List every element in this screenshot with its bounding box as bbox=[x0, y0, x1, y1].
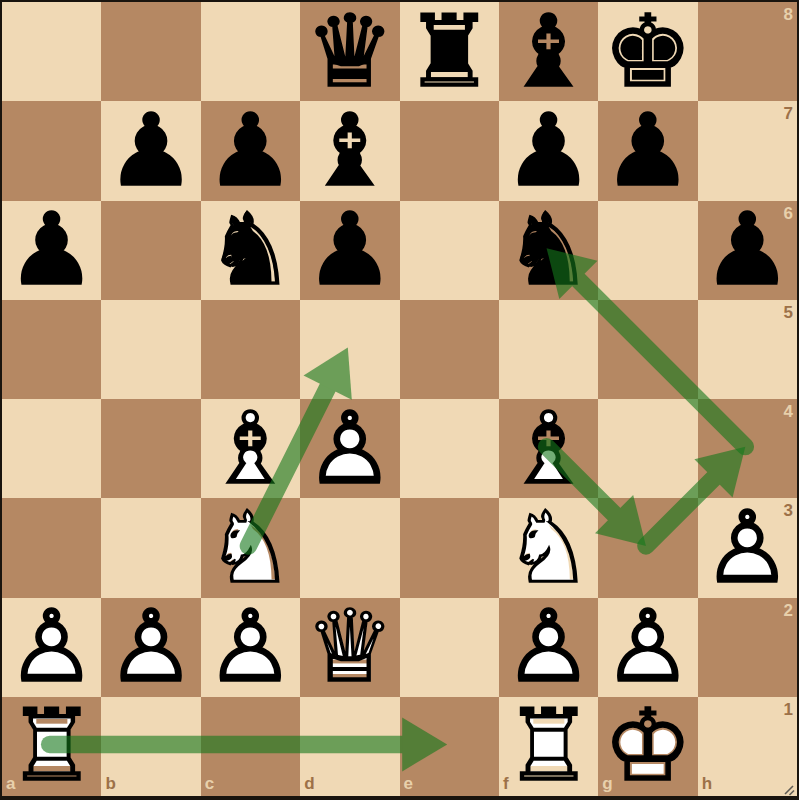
square-g1[interactable]: ♚♔g bbox=[598, 697, 697, 796]
square-c8[interactable] bbox=[201, 2, 300, 101]
rank-label-2: 2 bbox=[784, 602, 793, 619]
black-pawn-outline: ♙ bbox=[499, 101, 598, 200]
file-label-b: b bbox=[105, 775, 115, 792]
rank-label-8: 8 bbox=[784, 6, 793, 23]
square-h7[interactable]: 7 bbox=[698, 101, 797, 200]
square-b7[interactable]: ♟♙ bbox=[101, 101, 200, 200]
piece-white-pawn-h3[interactable]: ♟♙ bbox=[698, 498, 797, 597]
file-label-h: h bbox=[702, 775, 712, 792]
black-pawn-outline: ♙ bbox=[300, 201, 399, 300]
piece-black-pawn-g7[interactable]: ♟♙ bbox=[598, 101, 697, 200]
square-e5[interactable] bbox=[400, 300, 499, 399]
square-d1[interactable]: d bbox=[300, 697, 399, 796]
square-f3[interactable]: ♞♘ bbox=[499, 498, 598, 597]
square-g8[interactable]: ♚♔ bbox=[598, 2, 697, 101]
white-rook-outline: ♖ bbox=[2, 697, 101, 796]
rank-label-7: 7 bbox=[784, 105, 793, 122]
rank-label-4: 4 bbox=[784, 403, 793, 420]
square-c1[interactable]: c bbox=[201, 697, 300, 796]
square-f1[interactable]: ♜♖f bbox=[499, 697, 598, 796]
square-a6[interactable]: ♟♙ bbox=[2, 201, 101, 300]
square-f2[interactable]: ♟♙ bbox=[499, 598, 598, 697]
square-g6[interactable] bbox=[598, 201, 697, 300]
square-b5[interactable] bbox=[101, 300, 200, 399]
piece-white-rook-a1[interactable]: ♜♖ bbox=[2, 697, 101, 796]
piece-black-bishop-d7[interactable]: ♝♗ bbox=[300, 101, 399, 200]
black-queen-outline: ♕ bbox=[300, 2, 399, 101]
square-d6[interactable]: ♟♙ bbox=[300, 201, 399, 300]
white-pawn-outline: ♙ bbox=[201, 598, 300, 697]
piece-white-bishop-f4[interactable]: ♝♗ bbox=[499, 399, 598, 498]
white-king-outline: ♔ bbox=[598, 697, 697, 796]
square-g4[interactable] bbox=[598, 399, 697, 498]
white-pawn-outline: ♙ bbox=[300, 399, 399, 498]
square-h4[interactable]: 4 bbox=[698, 399, 797, 498]
square-a7[interactable] bbox=[2, 101, 101, 200]
square-h8[interactable]: 8 bbox=[698, 2, 797, 101]
square-g5[interactable] bbox=[598, 300, 697, 399]
square-e4[interactable] bbox=[400, 399, 499, 498]
square-d7[interactable]: ♝♗ bbox=[300, 101, 399, 200]
square-e7[interactable] bbox=[400, 101, 499, 200]
chess-board: ♛♕♜♖♝♗♚♔8♟♙♟♙♝♗♟♙♟♙7♟♙♞♘♟♙♞♘♟♙65♝♗♟♙♝♗4♞… bbox=[2, 2, 797, 796]
square-e2[interactable] bbox=[400, 598, 499, 697]
black-pawn-outline: ♙ bbox=[698, 201, 797, 300]
black-knight-outline: ♘ bbox=[499, 201, 598, 300]
square-b1[interactable]: b bbox=[101, 697, 200, 796]
black-pawn-outline: ♙ bbox=[101, 101, 200, 200]
piece-black-bishop-f8[interactable]: ♝♗ bbox=[499, 2, 598, 101]
piece-black-rook-e8[interactable]: ♜♖ bbox=[400, 2, 499, 101]
white-pawn-outline: ♙ bbox=[598, 598, 697, 697]
black-king-outline: ♔ bbox=[598, 2, 697, 101]
square-c3[interactable]: ♞♘ bbox=[201, 498, 300, 597]
square-f4[interactable]: ♝♗ bbox=[499, 399, 598, 498]
piece-white-king-g1[interactable]: ♚♔ bbox=[598, 697, 697, 796]
square-b8[interactable] bbox=[101, 2, 200, 101]
white-queen-outline: ♕ bbox=[300, 598, 399, 697]
piece-white-pawn-f2[interactable]: ♟♙ bbox=[499, 598, 598, 697]
file-label-d: d bbox=[304, 775, 314, 792]
file-label-e: e bbox=[404, 775, 413, 792]
square-h6[interactable]: ♟♙6 bbox=[698, 201, 797, 300]
square-g2[interactable]: ♟♙ bbox=[598, 598, 697, 697]
white-pawn-outline: ♙ bbox=[499, 598, 598, 697]
square-d3[interactable] bbox=[300, 498, 399, 597]
piece-black-pawn-h6[interactable]: ♟♙ bbox=[698, 201, 797, 300]
rank-label-1: 1 bbox=[784, 701, 793, 718]
black-pawn-outline: ♙ bbox=[201, 101, 300, 200]
square-d4[interactable]: ♟♙ bbox=[300, 399, 399, 498]
white-bishop-outline: ♗ bbox=[201, 399, 300, 498]
board-container: ♛♕♜♖♝♗♚♔8♟♙♟♙♝♗♟♙♟♙7♟♙♞♘♟♙♞♘♟♙65♝♗♟♙♝♗4♞… bbox=[0, 0, 799, 800]
square-a1[interactable]: ♜♖a bbox=[2, 697, 101, 796]
white-pawn-outline: ♙ bbox=[101, 598, 200, 697]
white-rook-outline: ♖ bbox=[499, 697, 598, 796]
square-d5[interactable] bbox=[300, 300, 399, 399]
square-h2[interactable]: 2 bbox=[698, 598, 797, 697]
black-bishop-outline: ♗ bbox=[300, 101, 399, 200]
square-e1[interactable]: e bbox=[400, 697, 499, 796]
resize-handle-icon[interactable] bbox=[782, 783, 796, 797]
piece-black-pawn-d6[interactable]: ♟♙ bbox=[300, 201, 399, 300]
black-pawn-outline: ♙ bbox=[598, 101, 697, 200]
piece-black-pawn-b7[interactable]: ♟♙ bbox=[101, 101, 200, 200]
square-a5[interactable] bbox=[2, 300, 101, 399]
square-c5[interactable] bbox=[201, 300, 300, 399]
square-f5[interactable] bbox=[499, 300, 598, 399]
piece-black-king-g8[interactable]: ♚♔ bbox=[598, 2, 697, 101]
piece-white-pawn-b2[interactable]: ♟♙ bbox=[101, 598, 200, 697]
black-bishop-outline: ♗ bbox=[499, 2, 598, 101]
piece-black-knight-c6[interactable]: ♞♘ bbox=[201, 201, 300, 300]
square-h3[interactable]: ♟♙3 bbox=[698, 498, 797, 597]
piece-white-pawn-a2[interactable]: ♟♙ bbox=[2, 598, 101, 697]
square-f8[interactable]: ♝♗ bbox=[499, 2, 598, 101]
white-knight-outline: ♘ bbox=[499, 498, 598, 597]
square-b2[interactable]: ♟♙ bbox=[101, 598, 200, 697]
square-c7[interactable]: ♟♙ bbox=[201, 101, 300, 200]
square-d2[interactable]: ♛♕ bbox=[300, 598, 399, 697]
piece-black-queen-d8[interactable]: ♛♕ bbox=[300, 2, 399, 101]
file-label-c: c bbox=[205, 775, 214, 792]
square-c2[interactable]: ♟♙ bbox=[201, 598, 300, 697]
piece-white-queen-d2[interactable]: ♛♕ bbox=[300, 598, 399, 697]
square-c4[interactable]: ♝♗ bbox=[201, 399, 300, 498]
piece-white-pawn-g2[interactable]: ♟♙ bbox=[598, 598, 697, 697]
black-pawn-outline: ♙ bbox=[2, 201, 101, 300]
black-knight-outline: ♘ bbox=[201, 201, 300, 300]
piece-white-rook-f1[interactable]: ♜♖ bbox=[499, 697, 598, 796]
piece-black-pawn-f7[interactable]: ♟♙ bbox=[499, 101, 598, 200]
rank-label-5: 5 bbox=[784, 304, 793, 321]
square-b6[interactable] bbox=[101, 201, 200, 300]
black-rook-outline: ♖ bbox=[400, 2, 499, 101]
square-b3[interactable] bbox=[101, 498, 200, 597]
white-pawn-outline: ♙ bbox=[2, 598, 101, 697]
square-f7[interactable]: ♟♙ bbox=[499, 101, 598, 200]
square-e3[interactable] bbox=[400, 498, 499, 597]
piece-black-pawn-c7[interactable]: ♟♙ bbox=[201, 101, 300, 200]
square-g3[interactable] bbox=[598, 498, 697, 597]
white-pawn-outline: ♙ bbox=[698, 498, 797, 597]
white-bishop-outline: ♗ bbox=[499, 399, 598, 498]
piece-white-bishop-c4[interactable]: ♝♗ bbox=[201, 399, 300, 498]
square-a2[interactable]: ♟♙ bbox=[2, 598, 101, 697]
square-a3[interactable] bbox=[2, 498, 101, 597]
square-c6[interactable]: ♞♘ bbox=[201, 201, 300, 300]
square-a8[interactable] bbox=[2, 2, 101, 101]
square-g7[interactable]: ♟♙ bbox=[598, 101, 697, 200]
square-e6[interactable] bbox=[400, 201, 499, 300]
square-h5[interactable]: 5 bbox=[698, 300, 797, 399]
piece-black-knight-f6[interactable]: ♞♘ bbox=[499, 201, 598, 300]
white-knight-outline: ♘ bbox=[201, 498, 300, 597]
square-a4[interactable] bbox=[2, 399, 101, 498]
square-b4[interactable] bbox=[101, 399, 200, 498]
square-e8[interactable]: ♜♖ bbox=[400, 2, 499, 101]
piece-white-pawn-c2[interactable]: ♟♙ bbox=[201, 598, 300, 697]
piece-white-knight-f3[interactable]: ♞♘ bbox=[499, 498, 598, 597]
piece-black-pawn-a6[interactable]: ♟♙ bbox=[2, 201, 101, 300]
piece-white-pawn-d4[interactable]: ♟♙ bbox=[300, 399, 399, 498]
square-d8[interactable]: ♛♕ bbox=[300, 2, 399, 101]
square-f6[interactable]: ♞♘ bbox=[499, 201, 598, 300]
piece-white-knight-c3[interactable]: ♞♘ bbox=[201, 498, 300, 597]
square-h1[interactable]: h1 bbox=[698, 697, 797, 796]
